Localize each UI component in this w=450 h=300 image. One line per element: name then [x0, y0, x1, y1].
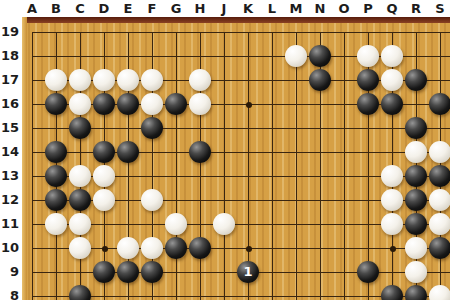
stone-black-R13 — [405, 165, 427, 187]
stone-white-F12 — [141, 189, 163, 211]
column-label-P: P — [356, 0, 380, 17]
stone-white-R14 — [405, 141, 427, 163]
stone-black-G10 — [165, 237, 187, 259]
stone-black-R11 — [405, 213, 427, 235]
grid-line-row-19 — [32, 32, 450, 33]
grid-line-col-M — [296, 32, 297, 300]
stone-white-E10 — [117, 237, 139, 259]
stone-black-N18 — [309, 45, 331, 67]
stone-black-C12 — [69, 189, 91, 211]
stone-black-D9 — [93, 261, 115, 283]
stone-black-P16 — [357, 93, 379, 115]
stone-black-B14 — [45, 141, 67, 163]
row-label-16: 16 — [0, 95, 19, 113]
stone-black-C15 — [69, 117, 91, 139]
grid-line-col-K — [248, 32, 249, 300]
grid-line-col-J — [224, 32, 225, 300]
row-label-10: 10 — [0, 239, 19, 257]
column-label-J: J — [212, 0, 236, 17]
column-label-Q: Q — [380, 0, 404, 17]
stone-white-R9 — [405, 261, 427, 283]
row-label-13: 13 — [0, 167, 19, 185]
stone-black-B12 — [45, 189, 67, 211]
stone-black-P9 — [357, 261, 379, 283]
row-label-18: 18 — [0, 47, 19, 65]
column-label-E: E — [116, 0, 140, 17]
stone-white-D13 — [93, 165, 115, 187]
column-label-H: H — [188, 0, 212, 17]
stone-black-F15 — [141, 117, 163, 139]
grid-line-col-L — [272, 32, 273, 300]
go-board[interactable]: 1 — [22, 17, 450, 300]
stone-white-S12 — [429, 189, 450, 211]
stone-white-F16 — [141, 93, 163, 115]
stone-black-H10 — [189, 237, 211, 259]
stone-white-Q12 — [381, 189, 403, 211]
stone-white-F10 — [141, 237, 163, 259]
stone-black-R17 — [405, 69, 427, 91]
stone-white-Q17 — [381, 69, 403, 91]
row-label-8: 8 — [0, 287, 19, 300]
grid-line-col-G — [176, 32, 177, 300]
stone-black-H14 — [189, 141, 211, 163]
stone-white-B17 — [45, 69, 67, 91]
stone-black-B16 — [45, 93, 67, 115]
stone-white-Q13 — [381, 165, 403, 187]
stone-white-C17 — [69, 69, 91, 91]
column-label-R: R — [404, 0, 428, 17]
stone-white-F17 — [141, 69, 163, 91]
stone-black-C8 — [69, 285, 91, 300]
stone-white-S14 — [429, 141, 450, 163]
stone-white-S11 — [429, 213, 450, 235]
board-left-edge — [22, 17, 27, 300]
stone-black-B13 — [45, 165, 67, 187]
grid-line-row-15 — [32, 128, 450, 129]
stone-black-R15 — [405, 117, 427, 139]
stone-black-F9 — [141, 261, 163, 283]
stone-white-Q18 — [381, 45, 403, 67]
column-label-O: O — [332, 0, 356, 17]
stone-white-C11 — [69, 213, 91, 235]
column-label-C: C — [68, 0, 92, 17]
row-labels: 1918171615141312111098 — [0, 0, 22, 300]
stone-white-H16 — [189, 93, 211, 115]
row-label-19: 19 — [0, 23, 19, 41]
stone-black-D16 — [93, 93, 115, 115]
column-label-N: N — [308, 0, 332, 17]
stone-black-E14 — [117, 141, 139, 163]
row-label-17: 17 — [0, 71, 19, 89]
grid-line-col-A — [32, 32, 33, 300]
column-label-A: A — [20, 0, 44, 17]
grid-line-col-O — [344, 32, 345, 300]
row-label-9: 9 — [0, 263, 19, 281]
row-label-15: 15 — [0, 119, 19, 137]
stone-black-P17 — [357, 69, 379, 91]
column-label-L: L — [260, 0, 284, 17]
column-label-S: S — [428, 0, 450, 17]
row-label-11: 11 — [0, 215, 19, 233]
column-labels: ABCDEFGHJKLMNOPQRS — [0, 0, 450, 17]
star-point-Q10 — [390, 246, 396, 252]
stone-black-R12 — [405, 189, 427, 211]
star-point-K10 — [246, 246, 252, 252]
stone-white-D17 — [93, 69, 115, 91]
stone-white-H17 — [189, 69, 211, 91]
column-label-D: D — [92, 0, 116, 17]
stone-white-P18 — [357, 45, 379, 67]
stone-white-C13 — [69, 165, 91, 187]
stone-black-N17 — [309, 69, 331, 91]
column-label-M: M — [284, 0, 308, 17]
go-app-window: 1 ABCDEFGHJKLMNOPQRS 1918171615141312111… — [0, 0, 450, 300]
stone-black-D14 — [93, 141, 115, 163]
stone-white-D12 — [93, 189, 115, 211]
stone-white-Q11 — [381, 213, 403, 235]
row-label-12: 12 — [0, 191, 19, 209]
board-top-edge — [22, 17, 450, 23]
stone-white-B11 — [45, 213, 67, 235]
stone-white-G11 — [165, 213, 187, 235]
stone-black-Q16 — [381, 93, 403, 115]
stone-white-S8 — [429, 285, 450, 300]
stone-white-M18 — [285, 45, 307, 67]
stone-black-E16 — [117, 93, 139, 115]
stone-black-G16 — [165, 93, 187, 115]
stone-white-C16 — [69, 93, 91, 115]
star-point-D10 — [102, 246, 108, 252]
grid-line-row-10 — [32, 248, 450, 249]
stone-black-S10 — [429, 237, 450, 259]
column-label-G: G — [164, 0, 188, 17]
star-point-K16 — [246, 102, 252, 108]
move-number-label-K9: 1 — [237, 261, 259, 283]
row-label-14: 14 — [0, 143, 19, 161]
stone-white-E17 — [117, 69, 139, 91]
stone-black-R8 — [405, 285, 427, 300]
stone-black-E9 — [117, 261, 139, 283]
stone-white-R10 — [405, 237, 427, 259]
stone-black-S16 — [429, 93, 450, 115]
stone-black-Q8 — [381, 285, 403, 300]
stone-white-J11 — [213, 213, 235, 235]
column-label-B: B — [44, 0, 68, 17]
stone-black-S13 — [429, 165, 450, 187]
stone-white-C10 — [69, 237, 91, 259]
column-label-F: F — [140, 0, 164, 17]
column-label-K: K — [236, 0, 260, 17]
